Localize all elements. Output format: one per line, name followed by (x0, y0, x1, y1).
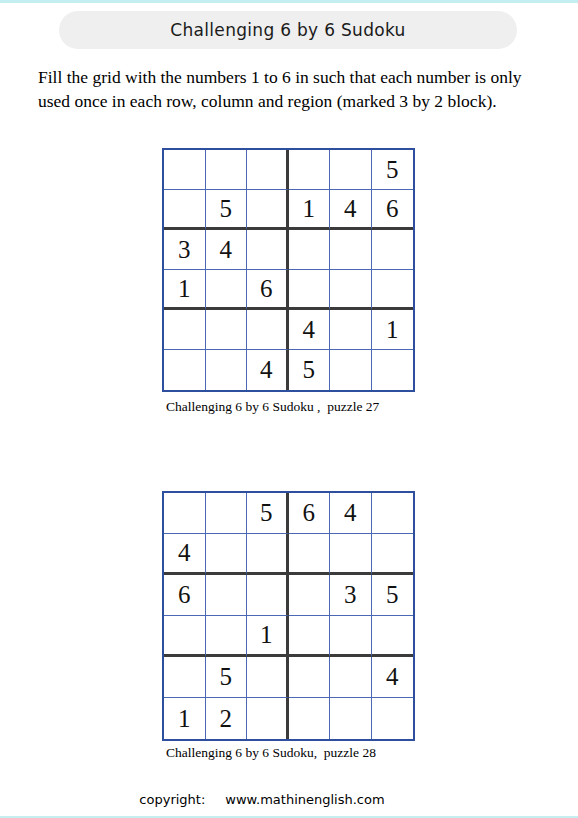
page-title: Challenging 6 by 6 Sudoku (170, 20, 405, 40)
cell-r1c3: 5 (247, 493, 289, 534)
cell-r2c5[interactable] (330, 534, 372, 575)
sudoku-grid-puzzle-27: 5514634164145 (162, 148, 415, 392)
copyright-url: www.mathinenglish.com (225, 792, 384, 807)
cell-r6c2[interactable] (206, 350, 248, 390)
cell-r3c4[interactable] (289, 575, 331, 616)
cell-r2c1: 4 (164, 534, 206, 575)
cell-r2c5: 4 (330, 190, 372, 230)
cell-r5c2[interactable] (206, 310, 248, 350)
cell-r6c2: 2 (206, 698, 248, 739)
cell-r5c4[interactable] (289, 657, 331, 698)
cell-r6c4: 5 (289, 350, 331, 390)
cell-r4c1: 1 (164, 270, 206, 310)
cell-r5c4: 4 (289, 310, 331, 350)
worksheet-page: Challenging 6 by 6 Sudoku Fill the grid … (0, 0, 578, 818)
cell-r5c6: 4 (372, 657, 414, 698)
cell-r6c5[interactable] (330, 698, 372, 739)
cell-r2c1[interactable] (164, 190, 206, 230)
cell-r3c6: 5 (372, 575, 414, 616)
cell-r1c5: 4 (330, 493, 372, 534)
cell-r4c4[interactable] (289, 270, 331, 310)
cell-r1c6: 5 (372, 150, 414, 190)
cell-r4c3: 6 (247, 270, 289, 310)
cell-r3c6[interactable] (372, 230, 414, 270)
cell-r2c4[interactable] (289, 534, 331, 575)
instructions: Fill the grid with the numbers 1 to 6 in… (38, 65, 558, 113)
cell-r4c2[interactable] (206, 270, 248, 310)
cell-r6c4[interactable] (289, 698, 331, 739)
copyright-label: copyright: (139, 792, 205, 807)
cell-r3c2[interactable] (206, 575, 248, 616)
cell-r1c1[interactable] (164, 150, 206, 190)
cell-r4c6[interactable] (372, 270, 414, 310)
instructions-line-1: Fill the grid with the numbers 1 to 6 in… (38, 65, 558, 89)
cell-r6c3[interactable] (247, 698, 289, 739)
cell-r2c3[interactable] (247, 190, 289, 230)
cell-r4c1[interactable] (164, 616, 206, 657)
cell-r5c2: 5 (206, 657, 248, 698)
cell-r3c5: 3 (330, 575, 372, 616)
cell-r5c1[interactable] (164, 310, 206, 350)
cell-r4c5[interactable] (330, 270, 372, 310)
cell-r3c3[interactable] (247, 575, 289, 616)
cell-r5c1[interactable] (164, 657, 206, 698)
cell-r2c3[interactable] (247, 534, 289, 575)
cell-r5c5[interactable] (330, 310, 372, 350)
instructions-line-2: used once in each row, column and region… (38, 89, 558, 113)
cell-r1c3[interactable] (247, 150, 289, 190)
cell-r5c6: 1 (372, 310, 414, 350)
cell-r6c3: 4 (247, 350, 289, 390)
cell-r6c1: 1 (164, 698, 206, 739)
cell-r6c1[interactable] (164, 350, 206, 390)
cell-r3c2: 4 (206, 230, 248, 270)
cell-r2c6[interactable] (372, 534, 414, 575)
cell-r3c3[interactable] (247, 230, 289, 270)
caption-puzzle-28: Challenging 6 by 6 Sudoku, puzzle 28 (166, 745, 376, 761)
cell-r5c3[interactable] (247, 657, 289, 698)
cell-r3c1: 6 (164, 575, 206, 616)
cell-r4c6[interactable] (372, 616, 414, 657)
cell-r4c2[interactable] (206, 616, 248, 657)
cell-r3c4[interactable] (289, 230, 331, 270)
cell-r1c5[interactable] (330, 150, 372, 190)
cell-r1c1[interactable] (164, 493, 206, 534)
title-banner: Challenging 6 by 6 Sudoku (59, 11, 517, 49)
cell-r6c6[interactable] (372, 350, 414, 390)
cell-r5c5[interactable] (330, 657, 372, 698)
cell-r6c5[interactable] (330, 350, 372, 390)
caption-puzzle-27: Challenging 6 by 6 Sudoku , puzzle 27 (166, 399, 379, 415)
cell-r4c5[interactable] (330, 616, 372, 657)
cell-r4c3: 1 (247, 616, 289, 657)
cell-r1c4[interactable] (289, 150, 331, 190)
sudoku-grid-puzzle-28: 564463515412 (162, 491, 415, 741)
cell-r2c2: 5 (206, 190, 248, 230)
cell-r1c4: 6 (289, 493, 331, 534)
cell-r1c2[interactable] (206, 150, 248, 190)
cell-r4c4[interactable] (289, 616, 331, 657)
footer: copyright:www.mathinenglish.com (0, 792, 524, 807)
cell-r1c2[interactable] (206, 493, 248, 534)
cell-r2c6: 6 (372, 190, 414, 230)
cell-r2c2[interactable] (206, 534, 248, 575)
cell-r6c6[interactable] (372, 698, 414, 739)
cell-r2c4: 1 (289, 190, 331, 230)
cell-r1c6[interactable] (372, 493, 414, 534)
cell-r5c3[interactable] (247, 310, 289, 350)
cell-r3c1: 3 (164, 230, 206, 270)
cell-r3c5[interactable] (330, 230, 372, 270)
